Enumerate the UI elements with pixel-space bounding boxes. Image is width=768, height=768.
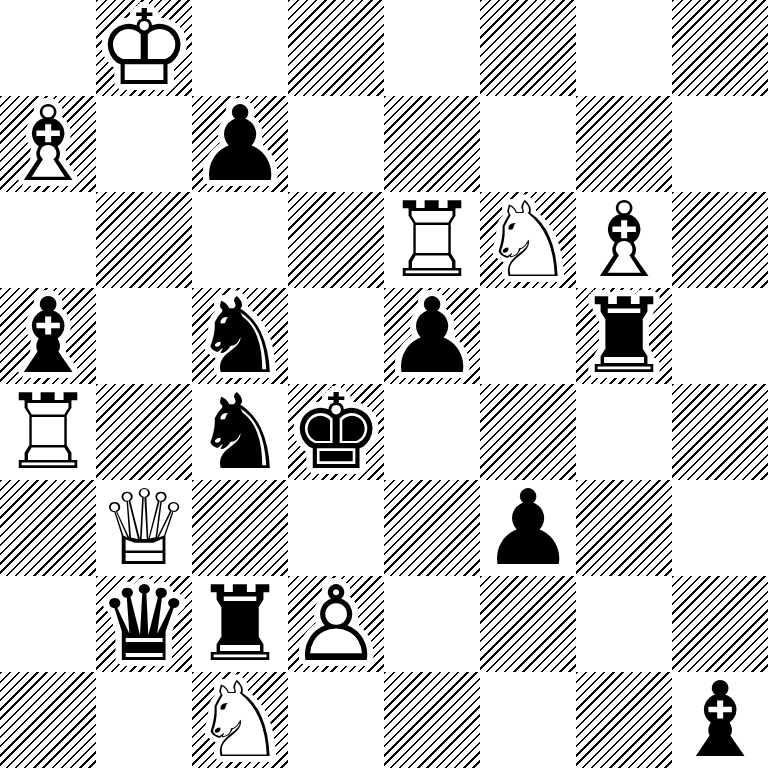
square-b1[interactable] xyxy=(96,672,192,768)
square-d4[interactable]: ♚♚ xyxy=(288,384,384,480)
square-b2[interactable]: ♛♛ xyxy=(96,576,192,672)
square-f6[interactable]: ♞♘ xyxy=(480,192,576,288)
square-f5[interactable] xyxy=(480,288,576,384)
piece-black-rook[interactable]: ♜ xyxy=(192,576,288,672)
piece-black-knight[interactable]: ♞ xyxy=(192,288,288,384)
square-f3[interactable]: ♟♟ xyxy=(480,480,576,576)
square-g2[interactable] xyxy=(576,576,672,672)
square-c1[interactable]: ♞♘ xyxy=(192,672,288,768)
square-d5[interactable] xyxy=(288,288,384,384)
square-d3[interactable] xyxy=(288,480,384,576)
piece-black-pawn[interactable]: ♟ xyxy=(480,480,576,576)
square-a2[interactable] xyxy=(0,576,96,672)
square-a3[interactable] xyxy=(0,480,96,576)
square-e5[interactable]: ♟♟ xyxy=(384,288,480,384)
piece-black-pawn[interactable]: ♟ xyxy=(384,288,480,384)
square-b4[interactable] xyxy=(96,384,192,480)
square-f8[interactable] xyxy=(480,0,576,96)
square-g1[interactable] xyxy=(576,672,672,768)
square-h4[interactable] xyxy=(672,384,768,480)
piece-white-rook[interactable]: ♖ xyxy=(384,192,480,288)
piece-black-rook[interactable]: ♜ xyxy=(576,288,672,384)
square-b7[interactable] xyxy=(96,96,192,192)
square-b5[interactable] xyxy=(96,288,192,384)
square-f2[interactable] xyxy=(480,576,576,672)
square-d1[interactable] xyxy=(288,672,384,768)
piece-white-knight[interactable]: ♘ xyxy=(480,192,576,288)
piece-black-queen[interactable]: ♛ xyxy=(96,576,192,672)
square-h3[interactable] xyxy=(672,480,768,576)
square-a4[interactable]: ♜♖ xyxy=(0,384,96,480)
square-e6[interactable]: ♜♖ xyxy=(384,192,480,288)
square-a6[interactable] xyxy=(0,192,96,288)
square-c5[interactable]: ♞♞ xyxy=(192,288,288,384)
piece-white-pawn[interactable]: ♙ xyxy=(288,576,384,672)
square-g4[interactable] xyxy=(576,384,672,480)
piece-white-bishop[interactable]: ♗ xyxy=(576,192,672,288)
square-e2[interactable] xyxy=(384,576,480,672)
square-a5[interactable]: ♝♝ xyxy=(0,288,96,384)
square-h1[interactable]: ♝♝ xyxy=(672,672,768,768)
square-b8[interactable]: ♚♔ xyxy=(96,0,192,96)
square-g5[interactable]: ♜♜ xyxy=(576,288,672,384)
square-e3[interactable] xyxy=(384,480,480,576)
piece-white-queen[interactable]: ♕ xyxy=(96,480,192,576)
square-c6[interactable] xyxy=(192,192,288,288)
piece-black-pawn[interactable]: ♟ xyxy=(192,96,288,192)
square-e7[interactable] xyxy=(384,96,480,192)
chess-board: ♚♔♝♗♟♟♜♖♞♘♝♗♝♝♞♞♟♟♜♜♜♖♞♞♚♚♛♕♟♟♛♛♜♜♟♙♞♘♝♝ xyxy=(0,0,768,768)
square-c7[interactable]: ♟♟ xyxy=(192,96,288,192)
square-e4[interactable] xyxy=(384,384,480,480)
piece-white-rook[interactable]: ♖ xyxy=(0,384,96,480)
piece-black-knight[interactable]: ♞ xyxy=(192,384,288,480)
piece-black-king[interactable]: ♚ xyxy=(288,384,384,480)
square-e8[interactable] xyxy=(384,0,480,96)
square-c2[interactable]: ♜♜ xyxy=(192,576,288,672)
piece-white-knight[interactable]: ♘ xyxy=(192,672,288,768)
square-d2[interactable]: ♟♙ xyxy=(288,576,384,672)
square-c3[interactable] xyxy=(192,480,288,576)
square-g3[interactable] xyxy=(576,480,672,576)
square-f1[interactable] xyxy=(480,672,576,768)
square-h8[interactable] xyxy=(672,0,768,96)
square-a1[interactable] xyxy=(0,672,96,768)
piece-black-bishop[interactable]: ♝ xyxy=(0,288,96,384)
square-b6[interactable] xyxy=(96,192,192,288)
square-f4[interactable] xyxy=(480,384,576,480)
square-g7[interactable] xyxy=(576,96,672,192)
square-d7[interactable] xyxy=(288,96,384,192)
piece-white-bishop[interactable]: ♗ xyxy=(0,96,96,192)
square-d6[interactable] xyxy=(288,192,384,288)
square-c8[interactable] xyxy=(192,0,288,96)
square-a8[interactable] xyxy=(0,0,96,96)
square-d8[interactable] xyxy=(288,0,384,96)
square-f7[interactable] xyxy=(480,96,576,192)
square-c4[interactable]: ♞♞ xyxy=(192,384,288,480)
square-g8[interactable] xyxy=(576,0,672,96)
square-b3[interactable]: ♛♕ xyxy=(96,480,192,576)
square-h6[interactable] xyxy=(672,192,768,288)
piece-black-bishop[interactable]: ♝ xyxy=(672,672,768,768)
square-a7[interactable]: ♝♗ xyxy=(0,96,96,192)
square-h7[interactable] xyxy=(672,96,768,192)
square-h2[interactable] xyxy=(672,576,768,672)
piece-white-king[interactable]: ♔ xyxy=(96,0,192,96)
square-h5[interactable] xyxy=(672,288,768,384)
square-g6[interactable]: ♝♗ xyxy=(576,192,672,288)
square-e1[interactable] xyxy=(384,672,480,768)
